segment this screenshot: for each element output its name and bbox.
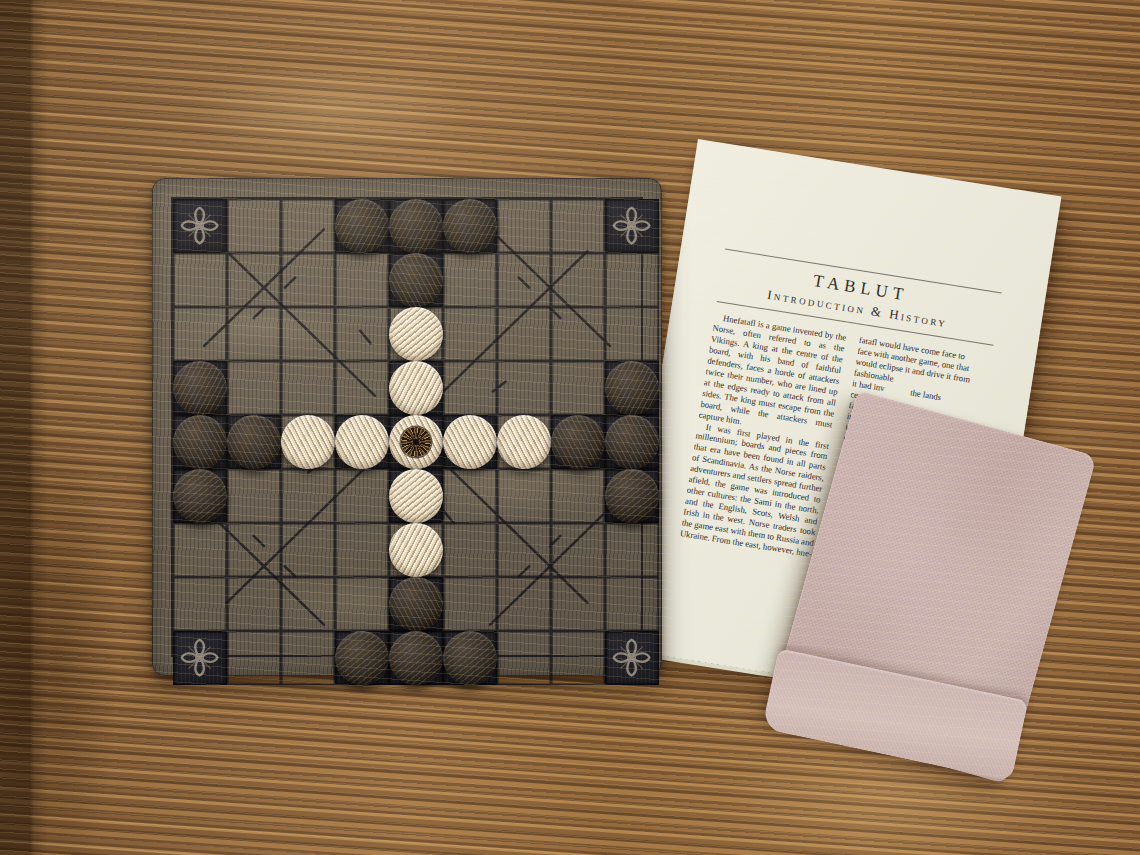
defender-piece xyxy=(443,415,497,469)
attacker-piece xyxy=(389,577,443,631)
cell-i1 xyxy=(605,199,659,253)
cell-c9 xyxy=(281,631,335,685)
cell-b1 xyxy=(227,199,281,253)
defender-piece xyxy=(281,415,335,469)
attacker-piece xyxy=(173,361,227,415)
cell-a5 xyxy=(173,415,227,469)
cell-a1 xyxy=(173,199,227,253)
cell-h7 xyxy=(551,523,605,577)
cell-e1 xyxy=(389,199,443,253)
cell-f8 xyxy=(443,577,497,631)
attacker-piece xyxy=(335,199,389,253)
celtic-knot-icon xyxy=(610,204,653,247)
cell-d2 xyxy=(335,253,389,307)
cell-i8 xyxy=(605,577,659,631)
cell-h4 xyxy=(551,361,605,415)
cell-a4 xyxy=(173,361,227,415)
attacker-piece xyxy=(389,253,443,307)
cell-f2 xyxy=(443,253,497,307)
cell-h2 xyxy=(551,253,605,307)
celtic-knot-icon xyxy=(178,204,221,247)
cell-g1 xyxy=(497,199,551,253)
cell-b8 xyxy=(227,577,281,631)
cell-a6 xyxy=(173,469,227,523)
attacker-piece xyxy=(335,631,389,685)
cell-e3 xyxy=(389,307,443,361)
cell-d8 xyxy=(335,577,389,631)
cell-b5 xyxy=(227,415,281,469)
attacker-piece xyxy=(173,469,227,523)
cell-f9 xyxy=(443,631,497,685)
cell-a8 xyxy=(173,577,227,631)
tablut-board xyxy=(152,178,662,676)
cell-i3 xyxy=(605,307,659,361)
cell-d9 xyxy=(335,631,389,685)
cell-g2 xyxy=(497,253,551,307)
cell-i6 xyxy=(605,469,659,523)
cell-g5 xyxy=(497,415,551,469)
cell-f7 xyxy=(443,523,497,577)
celtic-knot-icon xyxy=(178,636,221,679)
attacker-piece xyxy=(605,415,659,469)
cell-c3 xyxy=(281,307,335,361)
cell-b6 xyxy=(227,469,281,523)
cell-d4 xyxy=(335,361,389,415)
cell-d7 xyxy=(335,523,389,577)
defender-piece xyxy=(497,415,551,469)
cell-d6 xyxy=(335,469,389,523)
cell-e9 xyxy=(389,631,443,685)
cell-f4 xyxy=(443,361,497,415)
cell-f5 xyxy=(443,415,497,469)
cell-c6 xyxy=(281,469,335,523)
cell-g7 xyxy=(497,523,551,577)
cell-e4 xyxy=(389,361,443,415)
cell-c1 xyxy=(281,199,335,253)
cell-a9 xyxy=(173,631,227,685)
cell-a7 xyxy=(173,523,227,577)
attacker-piece xyxy=(605,361,659,415)
cell-g9 xyxy=(497,631,551,685)
attacker-piece xyxy=(173,415,227,469)
cell-h3 xyxy=(551,307,605,361)
cell-b7 xyxy=(227,523,281,577)
paper-paragraph: Hnefatafl is a game invented by the Nors… xyxy=(698,312,847,441)
cell-e6 xyxy=(389,469,443,523)
defender-piece xyxy=(389,307,443,361)
cell-e8 xyxy=(389,577,443,631)
defender-piece xyxy=(335,415,389,469)
pouch-bottom-fold xyxy=(762,648,1028,781)
cell-g3 xyxy=(497,307,551,361)
attacker-piece xyxy=(389,199,443,253)
cell-g4 xyxy=(497,361,551,415)
cell-c5 xyxy=(281,415,335,469)
cell-g6 xyxy=(497,469,551,523)
attacker-piece xyxy=(551,415,605,469)
cell-c8 xyxy=(281,577,335,631)
cell-h1 xyxy=(551,199,605,253)
cell-i7 xyxy=(605,523,659,577)
paper-paragraph: It was first played in the first millenn… xyxy=(679,420,830,560)
attacker-piece xyxy=(443,631,497,685)
defender-piece xyxy=(389,469,443,523)
cell-h8 xyxy=(551,577,605,631)
cell-g8 xyxy=(497,577,551,631)
cell-e7 xyxy=(389,523,443,577)
cell-e2 xyxy=(389,253,443,307)
cell-h6 xyxy=(551,469,605,523)
cell-b3 xyxy=(227,307,281,361)
cell-b4 xyxy=(227,361,281,415)
board-grid xyxy=(173,199,641,655)
cell-h5 xyxy=(551,415,605,469)
attacker-piece xyxy=(227,415,281,469)
cell-f6 xyxy=(443,469,497,523)
cell-a2 xyxy=(173,253,227,307)
cell-i5 xyxy=(605,415,659,469)
cell-i2 xyxy=(605,253,659,307)
celtic-knot-icon xyxy=(610,636,653,679)
cell-d1 xyxy=(335,199,389,253)
cell-c7 xyxy=(281,523,335,577)
cell-f1 xyxy=(443,199,497,253)
attacker-piece xyxy=(389,631,443,685)
king-piece xyxy=(389,415,443,469)
cell-c2 xyxy=(281,253,335,307)
cell-c4 xyxy=(281,361,335,415)
cell-d5 xyxy=(335,415,389,469)
attacker-piece xyxy=(443,199,497,253)
cell-h9 xyxy=(551,631,605,685)
cell-f3 xyxy=(443,307,497,361)
cell-e5 xyxy=(389,415,443,469)
cell-i9 xyxy=(605,631,659,685)
defender-piece xyxy=(389,361,443,415)
cell-b9 xyxy=(227,631,281,685)
cell-a3 xyxy=(173,307,227,361)
cell-b2 xyxy=(227,253,281,307)
cell-d3 xyxy=(335,307,389,361)
table-scene: TABLUT Introduction & History Hnefatafl … xyxy=(0,0,1140,855)
defender-piece xyxy=(389,523,443,577)
cell-i4 xyxy=(605,361,659,415)
attacker-piece xyxy=(605,469,659,523)
